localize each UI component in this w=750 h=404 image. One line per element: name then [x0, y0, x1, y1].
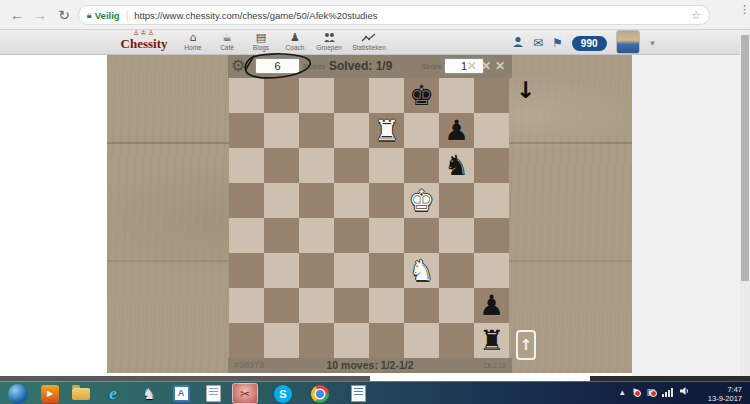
- nav-label-statistieken: Statistieken: [346, 44, 392, 52]
- system-tray: ▴ ⚑ ▣: [620, 386, 690, 398]
- square-c3[interactable]: [299, 253, 334, 288]
- square-d8[interactable]: [334, 78, 369, 113]
- square-b5[interactable]: [264, 183, 299, 218]
- game-panel: ⚙ 6 Points Solved: 1/9 Score 1 ✕✕✕ ♚♜♟♞♚…: [107, 55, 632, 373]
- puzzle-bottombar: #38373 10 moves: 1/2-1/2 C8-2.02: [228, 358, 512, 373]
- square-f2[interactable]: [404, 288, 439, 323]
- nav-item-statistieken[interactable]: Statistieken: [346, 32, 392, 52]
- square-f4[interactable]: [404, 218, 439, 253]
- square-c2[interactable]: [299, 288, 334, 323]
- square-g5[interactable]: [439, 183, 474, 218]
- square-d1[interactable]: [334, 323, 369, 358]
- square-c8[interactable]: [299, 78, 334, 113]
- security-label: Veilig: [95, 10, 120, 21]
- square-b2[interactable]: [264, 288, 299, 323]
- stats-icon: [346, 32, 392, 44]
- square-c5[interactable]: [299, 183, 334, 218]
- square-g7[interactable]: ♟: [439, 113, 474, 148]
- up-arrow-button[interactable]: ↑: [516, 330, 536, 360]
- avatar[interactable]: [616, 30, 640, 54]
- tray-expand-icon[interactable]: ▴: [620, 387, 625, 397]
- square-g4[interactable]: [439, 218, 474, 253]
- solved-status: Solved: 1/9: [329, 59, 392, 73]
- square-f6[interactable]: [404, 148, 439, 183]
- square-f1[interactable]: [404, 323, 439, 358]
- writer-doc-icon[interactable]: [348, 384, 368, 403]
- nav-label-groepen: Groepen: [312, 44, 346, 52]
- square-h5[interactable]: [474, 183, 509, 218]
- reload-icon[interactable]: ↻: [54, 5, 74, 25]
- document-app-icon[interactable]: [203, 384, 223, 403]
- nav-label-cafe: Café: [210, 44, 244, 52]
- square-b7[interactable]: [264, 113, 299, 148]
- clock-date: 13-9-2017: [708, 394, 742, 403]
- square-a7[interactable]: [229, 113, 264, 148]
- flag-icon[interactable]: ⚑: [552, 36, 563, 50]
- square-a2[interactable]: [229, 288, 264, 323]
- square-c7[interactable]: [299, 113, 334, 148]
- square-h4[interactable]: [474, 218, 509, 253]
- gear-icon[interactable]: ⚙: [231, 56, 245, 75]
- group-icon: [312, 32, 346, 44]
- square-d5[interactable]: [334, 183, 369, 218]
- piece-wK-f5[interactable]: ♚: [409, 183, 434, 218]
- down-arrow-annotation: ↓: [516, 77, 535, 103]
- square-h8[interactable]: [474, 78, 509, 113]
- square-a1[interactable]: [229, 323, 264, 358]
- chevron-down-icon[interactable]: ▼: [649, 39, 657, 48]
- square-a4[interactable]: [229, 218, 264, 253]
- piece-bK-f8[interactable]: ♚: [409, 78, 434, 113]
- profile-icon[interactable]: [512, 36, 524, 51]
- news-icon: ▤: [244, 32, 278, 44]
- square-g6[interactable]: ♞: [439, 148, 474, 183]
- coffee-icon: ☕: [210, 32, 244, 44]
- piece-bN-g6[interactable]: ♞: [444, 148, 469, 183]
- square-a5[interactable]: [229, 183, 264, 218]
- square-b4[interactable]: [264, 218, 299, 253]
- puzzle-topbar: ⚙ 6 Points Solved: 1/9 Score 1 ✕✕✕: [228, 55, 512, 78]
- puzzle-code: C8-2.02: [483, 362, 506, 369]
- square-h7[interactable]: [474, 113, 509, 148]
- taskbar: ▶ e ♞ A ✂ S ▴ ⚑ ▣ 7:47 13-9-2017: [0, 381, 750, 404]
- piece-bR-h1[interactable]: ♜: [479, 323, 504, 358]
- main-nav: ⌂ Home ☕ Café ▤ Blogs ♟︎ Coach Groepen: [176, 32, 392, 52]
- tray-app-icon[interactable]: ▣: [646, 387, 655, 397]
- square-h1[interactable]: ♜: [474, 323, 509, 358]
- mail-icon[interactable]: ✉: [533, 36, 543, 50]
- points-badge[interactable]: 990: [572, 36, 607, 51]
- square-h3[interactable]: [474, 253, 509, 288]
- square-b3[interactable]: [264, 253, 299, 288]
- square-g3[interactable]: [439, 253, 474, 288]
- nav-item-home[interactable]: ⌂ Home: [176, 32, 210, 52]
- nav-label-home: Home: [176, 44, 210, 52]
- piece-bP-g7[interactable]: ♟: [444, 113, 469, 148]
- explorer-folder-icon[interactable]: [71, 384, 91, 403]
- square-d2[interactable]: [334, 288, 369, 323]
- moves-result: 10 moves: 1/2-1/2: [228, 359, 512, 371]
- square-d3[interactable]: [334, 253, 369, 288]
- app-a-icon[interactable]: A: [171, 384, 191, 403]
- volume-icon[interactable]: [680, 386, 690, 398]
- square-h6[interactable]: [474, 148, 509, 183]
- nav-item-coach[interactable]: ♟︎ Coach: [278, 32, 312, 52]
- square-e5[interactable]: [369, 183, 404, 218]
- nav-item-cafe[interactable]: ☕ Café: [210, 32, 244, 52]
- bookmark-star-icon[interactable]: ☆: [691, 9, 701, 22]
- square-g2[interactable]: [439, 288, 474, 323]
- square-e6[interactable]: [369, 148, 404, 183]
- lock-icon: 🔒︎: [87, 10, 92, 21]
- forward-icon[interactable]: →: [30, 5, 50, 25]
- square-f5[interactable]: ♚: [404, 183, 439, 218]
- square-b6[interactable]: [264, 148, 299, 183]
- square-e8[interactable]: [369, 78, 404, 113]
- square-e4[interactable]: [369, 218, 404, 253]
- square-d4[interactable]: [334, 218, 369, 253]
- square-e7[interactable]: ♜: [369, 113, 404, 148]
- piece-bP-h2[interactable]: ♟: [479, 288, 504, 323]
- square-c1[interactable]: [299, 323, 334, 358]
- points-label: Points: [303, 62, 325, 71]
- url-separator: |: [126, 10, 129, 21]
- skype-icon[interactable]: S: [273, 384, 293, 403]
- action-center-flag-icon[interactable]: ⚑: [631, 387, 639, 397]
- page-gutter: [632, 55, 740, 381]
- square-d7[interactable]: [334, 113, 369, 148]
- square-b1[interactable]: [264, 323, 299, 358]
- nav-item-blogs[interactable]: ▤ Blogs: [244, 32, 278, 52]
- square-g8[interactable]: [439, 78, 474, 113]
- network-icon[interactable]: [662, 388, 673, 397]
- square-f7[interactable]: [404, 113, 439, 148]
- fail-marks: ✕✕✕: [467, 59, 509, 73]
- piece-wR-e7[interactable]: ♜: [374, 113, 399, 148]
- square-f3[interactable]: ♞: [404, 253, 439, 288]
- site-header: ♙♔♙ Chessity ⌂ Home ☕ Café ▤ Blogs ♟︎ Co…: [0, 30, 750, 55]
- browser-toolbar: ← → ↻ 🔒︎ Veilig | https://www.chessity.c…: [0, 0, 750, 30]
- taskbar-clock[interactable]: 7:47 13-9-2017: [708, 385, 742, 403]
- square-g1[interactable]: [439, 323, 474, 358]
- clock-time: 7:47: [708, 385, 742, 394]
- back-icon[interactable]: ←: [7, 5, 27, 25]
- scrollbar-thumb[interactable]: [741, 35, 749, 281]
- chrome-icon[interactable]: [310, 384, 330, 403]
- url-bar[interactable]: 🔒︎ Veilig | https://www.chessity.com/che…: [78, 5, 710, 25]
- square-c4[interactable]: [299, 218, 334, 253]
- url-text[interactable]: https://www.chessity.com/chess/game/50/A…: [134, 10, 687, 21]
- square-h2[interactable]: ♟: [474, 288, 509, 323]
- nav-label-blogs: Blogs: [244, 44, 278, 52]
- snipping-tool-icon[interactable]: ✂: [232, 383, 258, 404]
- nav-item-groepen[interactable]: Groepen: [312, 32, 346, 52]
- square-e1[interactable]: [369, 323, 404, 358]
- header-right: ✉ ⚑ 990 ▼: [512, 32, 656, 54]
- square-a8[interactable]: [229, 78, 264, 113]
- square-e2[interactable]: [369, 288, 404, 323]
- internet-explorer-icon[interactable]: e: [103, 384, 123, 403]
- square-a3[interactable]: [229, 253, 264, 288]
- score-label: Score: [421, 62, 442, 71]
- start-button[interactable]: [8, 384, 28, 404]
- coach-icon: ♟︎: [278, 32, 312, 44]
- chess-board: ♚♜♟♞♚♞♟♜: [229, 78, 509, 358]
- screen: ← → ↻ 🔒︎ Veilig | https://www.chessity.c…: [0, 0, 750, 404]
- nav-label-coach: Coach: [278, 44, 312, 52]
- media-player-icon[interactable]: ▶: [40, 384, 60, 403]
- piece-wN-f3[interactable]: ♞: [409, 253, 434, 288]
- square-f8[interactable]: ♚: [404, 78, 439, 113]
- square-d6[interactable]: [334, 148, 369, 183]
- square-e3[interactable]: [369, 253, 404, 288]
- browser-menu-icon[interactable]: ⋮: [739, 6, 747, 12]
- points-box: 6: [255, 58, 300, 74]
- scrollbar[interactable]: [740, 30, 750, 381]
- home-icon: ⌂: [176, 32, 210, 44]
- square-b8[interactable]: [264, 78, 299, 113]
- square-a6[interactable]: [229, 148, 264, 183]
- square-c6[interactable]: [299, 148, 334, 183]
- chess-app-icon[interactable]: ♞: [139, 384, 159, 403]
